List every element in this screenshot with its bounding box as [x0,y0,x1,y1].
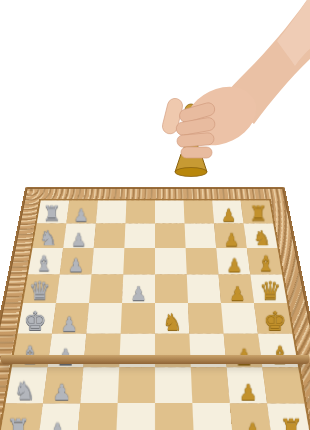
square-e2 [221,303,258,334]
piece-black-rook: ♜ [0,416,38,430]
piece-black-knight: ♞ [6,379,43,404]
square-b6 [94,224,126,249]
square-d8: ♛ [23,275,60,303]
square-c2: ♟ [216,248,250,274]
piece-black-pawn: ♟ [122,284,155,303]
piece-white-rook: ♜ [243,203,272,224]
piece-white-pawn: ♟ [214,207,244,224]
carved-wood-frame: ♜♟♟♜♞♟♟♞♝♟♟♝♛♟♟♛♚♟♞♚♝♟♟♝♞♟♟♜♟♟♜ [0,187,310,430]
square-d4 [155,275,188,303]
square-h1: ♜ [267,403,310,430]
square-d3 [187,275,221,303]
square-a7: ♟ [66,201,98,224]
square-d6 [89,275,123,303]
square-h5 [116,403,155,430]
square-g7: ♟ [43,367,84,403]
square-h8: ♜ [0,403,43,430]
square-e8: ♚ [18,303,56,334]
square-h7: ♟ [38,403,81,430]
piece-white-pawn: ♟ [216,231,247,249]
board-front-edge [1,355,309,364]
piece-white-knight: ♞ [155,311,189,334]
piece-black-rook: ♜ [37,203,66,224]
piece-white-pawn: ♟ [233,421,272,430]
square-c3 [186,248,219,274]
square-e7: ♟ [52,303,89,334]
square-a6 [96,201,127,224]
square-g3 [191,367,230,403]
piece-black-queen: ♛ [23,278,56,303]
square-g2: ♟ [227,367,268,403]
square-h3 [192,403,233,430]
square-h4 [155,403,194,430]
square-b4 [155,224,186,249]
square-b7: ♟ [63,224,96,249]
square-e5 [121,303,155,334]
product-photo: ♜♟♟♜♞♟♟♞♝♟♟♝♛♟♟♛♚♟♞♚♝♟♟♝♞♟♟♜♟♟♜ [0,0,310,430]
piece-black-pawn: ♟ [60,256,92,274]
square-d7 [56,275,91,303]
square-b5 [124,224,155,249]
square-c1: ♝ [247,248,282,274]
piece-white-pawn: ♟ [218,256,250,274]
square-c4 [155,248,187,274]
square-c5 [123,248,155,274]
board-grid: ♜♟♟♜♞♟♟♞♝♟♟♝♛♟♟♛♚♟♞♚♝♟♟♝♞♟♟♜♟♟♜ [0,199,310,430]
piece-black-bishop: ♝ [28,254,60,275]
square-c7: ♟ [60,248,94,274]
piece-black-pawn: ♟ [66,207,96,224]
piece-black-pawn: ♟ [43,382,80,403]
piece-white-king: ♚ [258,308,292,334]
square-e4: ♞ [155,303,189,334]
square-h6 [77,403,118,430]
piece-black-knight: ♞ [33,228,64,248]
piece-black-pawn: ♟ [63,231,94,249]
square-b8: ♞ [33,224,67,249]
hand-holding-piece [125,0,310,205]
square-h2: ♟ [230,403,273,430]
square-d1: ♛ [250,275,287,303]
finger [181,147,212,158]
square-c6 [91,248,124,274]
square-e6 [86,303,122,334]
square-g4 [155,367,192,403]
piece-black-pawn: ♟ [52,314,86,334]
piece-black-king: ♚ [18,308,52,334]
square-g6 [80,367,119,403]
square-b1: ♞ [244,224,278,249]
square-e1: ♚ [254,303,292,334]
piece-white-pawn: ♟ [230,382,267,403]
square-a8: ♜ [37,201,70,224]
square-g5 [118,367,155,403]
square-g1 [262,367,304,403]
piece-white-rook: ♜ [272,416,310,430]
square-b2: ♟ [214,224,247,249]
piece-white-pawn: ♟ [221,284,254,303]
square-d2: ♟ [219,275,254,303]
piece-black-pawn: ♟ [38,421,77,430]
piece-white-bishop: ♝ [250,254,282,275]
square-e3 [188,303,224,334]
square-d5: ♟ [122,275,155,303]
piece-white-knight: ♞ [247,228,278,248]
square-b3 [185,224,217,249]
square-c8: ♝ [28,248,63,274]
piece-white-queen: ♛ [254,278,287,303]
square-g8: ♞ [6,367,48,403]
chess-board: ♜♟♟♜♞♟♟♞♝♟♟♝♛♟♟♛♚♟♞♚♝♟♟♝♞♟♟♜♟♟♜ [0,187,310,430]
